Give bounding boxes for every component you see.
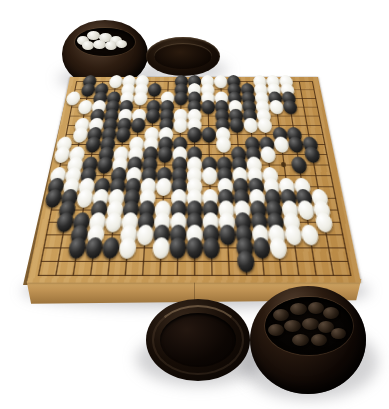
black-stone[interactable] [187,127,201,142]
black-bowl-lid[interactable] [146,299,250,381]
black-stone[interactable] [303,146,321,162]
black-stone[interactable] [252,237,271,258]
black-stone[interactable] [147,83,161,96]
white-stone-in-bowl[interactable] [87,31,100,40]
black-stone[interactable] [290,156,308,173]
star-point [281,162,286,167]
black-bowl-lid-inner [160,313,236,367]
white-bowl-opening [75,28,135,56]
black-stone[interactable] [96,156,113,173]
black-stone[interactable] [282,100,298,114]
black-stone[interactable] [157,146,172,162]
white-bowl-lid-inner [154,43,212,69]
white-stone[interactable] [296,200,315,219]
white-stone[interactable] [215,136,230,152]
black-stone[interactable] [186,237,203,258]
white-stone[interactable] [268,237,287,258]
go-board[interactable] [27,77,361,283]
white-stone[interactable] [155,178,171,196]
black-stone[interactable] [169,237,186,258]
white-stone[interactable] [213,75,227,88]
black-stone[interactable] [287,136,304,152]
black-stone[interactable] [202,237,219,258]
white-stone[interactable] [152,237,170,258]
black-stone[interactable] [145,109,160,124]
black-bowl-opening [265,297,353,355]
black-stone-in-bowl[interactable] [273,309,289,321]
black-stone[interactable] [174,91,188,105]
black-stone-in-bowl[interactable] [323,307,339,319]
white-stone-in-bowl[interactable] [116,40,127,48]
black-stone-in-bowl[interactable] [292,334,309,346]
white-stone[interactable] [108,75,123,88]
black-stone-in-bowl[interactable] [302,318,319,330]
black-stone-in-bowl[interactable] [308,302,324,314]
white-bowl-lid[interactable] [146,37,220,76]
black-stone[interactable] [55,212,75,232]
black-stone[interactable] [101,237,120,258]
white-stone[interactable] [314,212,334,232]
black-stone-in-bowl[interactable] [290,303,307,315]
white-stone[interactable] [136,224,154,245]
go-game-photo [0,0,389,409]
black-stone[interactable] [115,127,131,142]
white-stone[interactable] [268,100,284,114]
black-stone-bowl[interactable] [250,286,366,394]
black-stone-in-bowl[interactable] [331,328,346,339]
white-stone[interactable] [283,224,302,245]
black-stone-in-bowl[interactable] [284,320,301,332]
white-stone[interactable] [173,118,187,133]
black-stone[interactable] [201,127,216,142]
white-stone[interactable] [77,100,93,114]
white-stone[interactable] [273,136,290,152]
black-stone-in-bowl[interactable] [311,334,327,346]
black-stone-in-bowl[interactable] [268,324,284,336]
stones-grid [28,77,360,282]
white-stone[interactable] [118,237,137,258]
black-stone[interactable] [80,83,96,96]
white-stone[interactable] [299,224,319,245]
white-stone[interactable] [104,212,122,232]
black-stone[interactable] [130,118,145,133]
white-stone[interactable] [133,91,148,105]
white-stone[interactable] [201,167,217,184]
white-stone[interactable] [259,146,275,162]
black-stone[interactable] [201,100,215,114]
